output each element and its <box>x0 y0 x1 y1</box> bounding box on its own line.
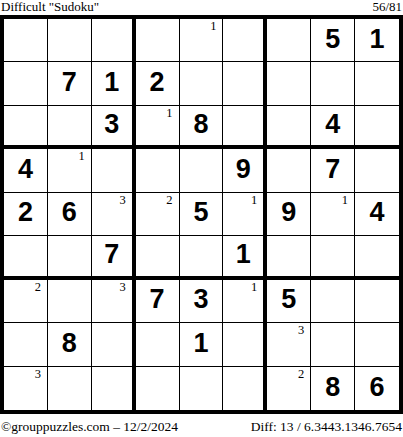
header: Difficult "Sudoku" 56/81 <box>0 0 403 15</box>
cell-r6c7[interactable] <box>267 236 311 279</box>
cell-r7c7[interactable]: 5 <box>267 280 311 323</box>
given-digit: 4 <box>370 199 385 228</box>
cell-r4c6[interactable]: 9 <box>223 149 267 192</box>
cell-r8c3[interactable] <box>92 323 136 366</box>
cell-r4c8[interactable]: 7 <box>311 149 355 192</box>
given-digit: 9 <box>281 199 296 228</box>
pencil-mark: 3 <box>119 280 125 294</box>
cell-r2c2[interactable]: 7 <box>48 62 92 105</box>
cell-r2c4[interactable]: 2 <box>136 62 180 105</box>
cell-r8c5[interactable]: 1 <box>180 323 224 366</box>
cell-r2c3[interactable]: 1 <box>92 62 136 105</box>
cell-r7c3[interactable]: 3 <box>92 280 136 323</box>
cell-r1c6[interactable] <box>223 19 267 62</box>
cell-r4c9[interactable] <box>355 149 399 192</box>
pencil-mark: 2 <box>35 280 41 294</box>
cell-r3c7[interactable] <box>267 106 311 149</box>
given-digit: 8 <box>325 374 340 403</box>
cell-r7c1[interactable]: 2 <box>4 280 48 323</box>
cell-r9c3[interactable] <box>92 367 136 410</box>
cell-r9c9[interactable]: 6 <box>355 367 399 410</box>
given-digit: 9 <box>236 156 251 185</box>
cell-r9c6[interactable] <box>223 367 267 410</box>
cell-r8c1[interactable] <box>4 323 48 366</box>
cell-r1c8[interactable]: 5 <box>311 19 355 62</box>
cell-r7c5[interactable]: 3 <box>180 280 224 323</box>
pencil-mark: 1 <box>342 193 348 207</box>
cell-r1c3[interactable] <box>92 19 136 62</box>
given-digit: 5 <box>193 199 208 228</box>
cell-r4c1[interactable]: 4 <box>4 149 48 192</box>
cell-r5c5[interactable]: 5 <box>180 193 224 236</box>
cell-r5c8[interactable]: 1 <box>311 193 355 236</box>
cell-r6c8[interactable] <box>311 236 355 279</box>
given-digit: 7 <box>104 241 119 270</box>
cell-r3c6[interactable] <box>223 106 267 149</box>
given-digit: 1 <box>236 241 251 270</box>
cell-r3c2[interactable] <box>48 106 92 149</box>
pencil-mark: 3 <box>35 367 41 381</box>
cell-r3c5[interactable]: 8 <box>180 106 224 149</box>
cell-r9c1[interactable]: 3 <box>4 367 48 410</box>
cell-r5c7[interactable]: 9 <box>267 193 311 236</box>
given-digit: 8 <box>193 111 208 140</box>
cell-r9c2[interactable] <box>48 367 92 410</box>
cell-r6c9[interactable] <box>355 236 399 279</box>
cell-r8c7[interactable]: 3 <box>267 323 311 366</box>
pencil-mark: 1 <box>79 149 85 163</box>
given-digit: 2 <box>18 199 33 228</box>
cell-r6c2[interactable] <box>48 236 92 279</box>
footer: ©grouppuzzles.com – 12/2/2024 Diff: 13 /… <box>0 414 403 437</box>
cell-r8c9[interactable] <box>355 323 399 366</box>
given-digit: 1 <box>370 26 385 55</box>
cell-r3c8[interactable]: 4 <box>311 106 355 149</box>
cell-r4c2[interactable]: 1 <box>48 149 92 192</box>
cell-r3c1[interactable] <box>4 106 48 149</box>
cell-r8c8[interactable] <box>311 323 355 366</box>
cell-r5c6[interactable]: 1 <box>223 193 267 236</box>
cell-r9c8[interactable]: 8 <box>311 367 355 410</box>
cell-r1c2[interactable] <box>48 19 92 62</box>
cell-r7c6[interactable]: 1 <box>223 280 267 323</box>
pencil-mark: 1 <box>251 193 257 207</box>
given-digit: 3 <box>104 111 119 140</box>
cell-r6c5[interactable] <box>180 236 224 279</box>
cell-r1c4[interactable] <box>136 19 180 62</box>
given-digit: 7 <box>150 286 165 315</box>
progress-counter: 56/81 <box>372 0 402 14</box>
given-digit: 2 <box>150 69 165 98</box>
pencil-mark: 3 <box>119 193 125 207</box>
cell-r7c2[interactable] <box>48 280 92 323</box>
given-digit: 6 <box>370 374 385 403</box>
cell-r3c4[interactable]: 1 <box>136 106 180 149</box>
cell-r8c2[interactable]: 8 <box>48 323 92 366</box>
cell-r9c5[interactable] <box>180 367 224 410</box>
cell-r1c1[interactable] <box>4 19 48 62</box>
cell-r2c5[interactable] <box>180 62 224 105</box>
cell-r8c6[interactable] <box>223 323 267 366</box>
pencil-mark: 2 <box>298 367 304 381</box>
cell-r4c7[interactable] <box>267 149 311 192</box>
cell-r5c3[interactable]: 3 <box>92 193 136 236</box>
cell-r7c8[interactable] <box>311 280 355 323</box>
cell-r3c9[interactable] <box>355 106 399 149</box>
given-digit: 3 <box>193 286 208 315</box>
cell-r5c9[interactable]: 4 <box>355 193 399 236</box>
given-digit: 5 <box>325 26 340 55</box>
cell-r2c7[interactable] <box>267 62 311 105</box>
footer-copyright: ©grouppuzzles.com – 12/2/2024 <box>1 419 178 435</box>
pencil-mark: 2 <box>166 193 172 207</box>
given-digit: 4 <box>18 156 33 185</box>
cell-r2c1[interactable] <box>4 62 48 105</box>
cell-r1c7[interactable] <box>267 19 311 62</box>
cell-r6c3[interactable]: 7 <box>92 236 136 279</box>
pencil-mark: 3 <box>298 323 304 337</box>
cell-r5c4[interactable]: 2 <box>136 193 180 236</box>
cell-r6c6[interactable]: 1 <box>223 236 267 279</box>
pencil-mark: 1 <box>166 106 172 120</box>
cell-r2c8[interactable] <box>311 62 355 105</box>
cell-r8c4[interactable] <box>136 323 180 366</box>
puzzle-title: Difficult "Sudoku" <box>1 0 99 14</box>
given-digit: 1 <box>193 330 208 359</box>
given-digit: 6 <box>62 199 77 228</box>
cell-r7c4[interactable]: 7 <box>136 280 180 323</box>
given-digit: 4 <box>325 111 340 140</box>
cell-r5c1[interactable]: 2 <box>4 193 48 236</box>
cell-r4c5[interactable] <box>180 149 224 192</box>
cell-r4c4[interactable] <box>136 149 180 192</box>
cell-r2c9[interactable] <box>355 62 399 105</box>
given-digit: 1 <box>104 69 119 98</box>
cell-r5c2[interactable]: 6 <box>48 193 92 236</box>
footer-difficulty: Diff: 13 / 6.3443.1346.7654 <box>251 419 402 435</box>
given-digit: 7 <box>325 156 340 185</box>
cell-r9c4[interactable] <box>136 367 180 410</box>
cell-r6c1[interactable] <box>4 236 48 279</box>
given-digit: 7 <box>62 69 77 98</box>
given-digit: 8 <box>62 330 77 359</box>
cell-r1c5[interactable]: 1 <box>180 19 224 62</box>
page: { "game": "Sudoku", "position": "0000000… <box>0 0 403 437</box>
cell-r3c3[interactable]: 3 <box>92 106 136 149</box>
cell-r7c9[interactable] <box>355 280 399 323</box>
cell-r1c9[interactable]: 1 <box>355 19 399 62</box>
given-digit: 5 <box>281 286 296 315</box>
pencil-mark: 1 <box>251 280 257 294</box>
cell-r2c6[interactable] <box>223 62 267 105</box>
cell-r6c4[interactable] <box>136 236 180 279</box>
cell-r9c7[interactable]: 2 <box>267 367 311 410</box>
cell-r4c3[interactable] <box>92 149 136 192</box>
sudoku-board: 15171231844197263251914712373158133286 <box>0 15 403 414</box>
pencil-mark: 1 <box>210 19 216 33</box>
